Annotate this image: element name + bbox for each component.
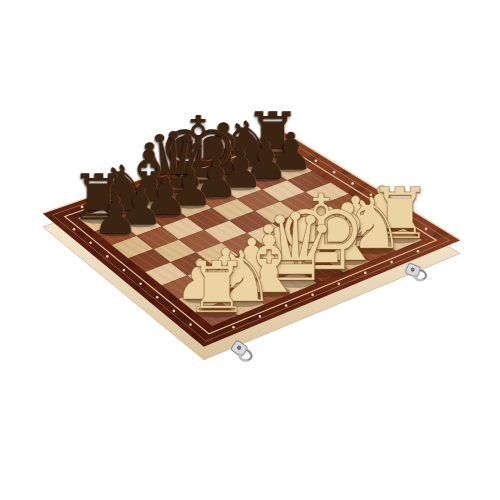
product-photo: ♜♞♝♛♚♝♞♜♟♟♟♟♟♟♟♟♟♟♟♟♟♟♟♟♜♞♝♛♚♝♞♜ bbox=[0, 0, 500, 500]
piece-white-pawn-e2: ♟ bbox=[279, 211, 329, 266]
piece-black-pawn-f7: ♟ bbox=[218, 144, 264, 195]
piece-white-pawn-f2: ♟ bbox=[305, 201, 355, 256]
piece-white-pawn-a2: ♟ bbox=[175, 253, 225, 308]
piece-white-pawn-c2: ♟ bbox=[227, 232, 277, 287]
piece-black-rook-h8: ♜ bbox=[244, 104, 301, 167]
piece-black-queen-d8: ♛ bbox=[136, 122, 211, 206]
piece-white-pawn-d2: ♟ bbox=[253, 222, 303, 277]
piece-white-bishop-c1: ♝ bbox=[234, 225, 305, 304]
piece-black-pawn-c7: ♟ bbox=[143, 172, 189, 223]
piece-white-queen-d1: ♛ bbox=[253, 201, 337, 295]
piece-black-knight-g8: ♞ bbox=[220, 113, 277, 176]
piece-white-bishop-f1: ♝ bbox=[312, 193, 383, 272]
piece-black-pawn-d7: ♟ bbox=[168, 162, 214, 213]
piece-white-knight-b1: ♞ bbox=[211, 242, 274, 313]
piece-black-pawn-e7: ♟ bbox=[193, 153, 239, 204]
piece-white-rook-a1: ♜ bbox=[185, 253, 248, 324]
piece-white-pawn-g2: ♟ bbox=[331, 191, 381, 246]
piece-white-king-e1: ♚ bbox=[275, 182, 368, 286]
pieces-layer: ♜♞♝♛♚♝♞♜♟♟♟♟♟♟♟♟♟♟♟♟♟♟♟♟♜♞♝♛♚♝♞♜ bbox=[0, 0, 500, 500]
piece-black-pawn-g7: ♟ bbox=[243, 135, 289, 186]
piece-black-bishop-f8: ♝ bbox=[191, 115, 254, 186]
piece-black-knight-b8: ♞ bbox=[95, 157, 152, 220]
piece-black-pawn-h7: ♟ bbox=[268, 126, 314, 177]
piece-black-king-e8: ♚ bbox=[157, 105, 240, 198]
piece-black-bishop-c8: ♝ bbox=[117, 142, 180, 213]
piece-black-pawn-b7: ♟ bbox=[118, 181, 164, 232]
piece-white-rook-h1: ♜ bbox=[368, 179, 431, 250]
piece-black-pawn-a7: ♟ bbox=[93, 190, 139, 241]
piece-black-rook-a8: ♜ bbox=[71, 166, 128, 229]
piece-white-knight-g1: ♞ bbox=[342, 189, 405, 260]
piece-white-pawn-b2: ♟ bbox=[201, 243, 251, 298]
piece-white-pawn-h2: ♟ bbox=[357, 180, 407, 235]
